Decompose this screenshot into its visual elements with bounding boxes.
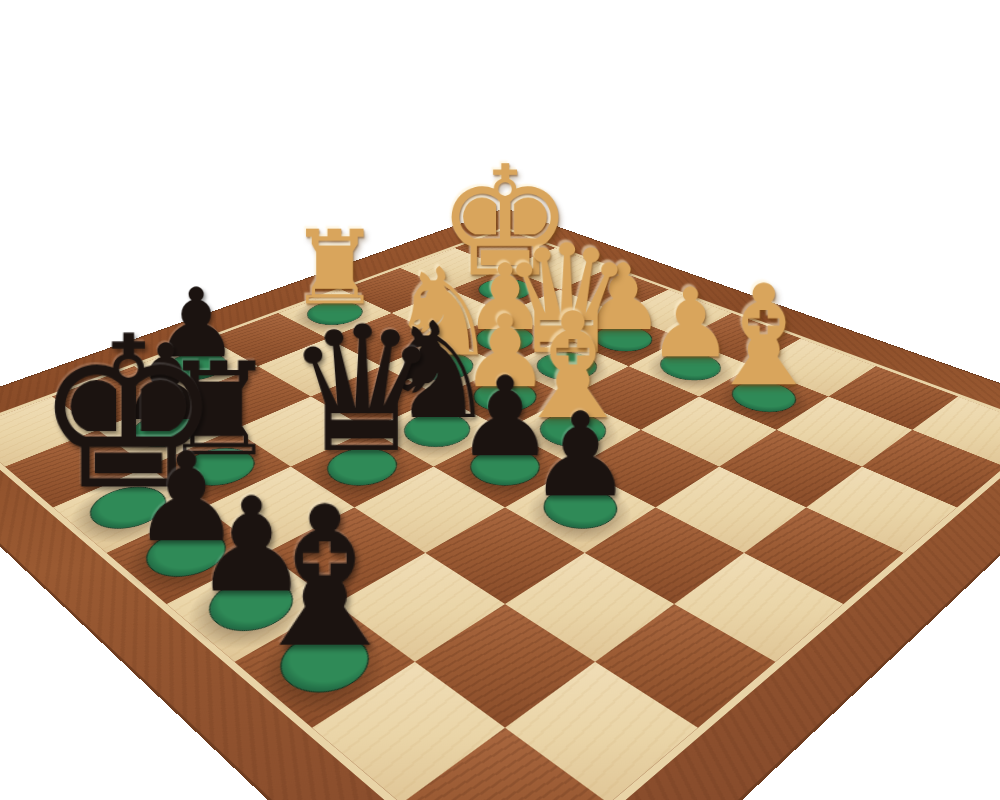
chess-photo-stage: ♚♛♜♞♝♝♟♟♟♟♚♛♜♞♝♟♟♟♟♟♟ xyxy=(0,0,1000,800)
white-bishop-glyph: ♝ xyxy=(701,266,826,405)
black-pawn-glyph: ♟ xyxy=(528,398,632,514)
chess-board-frame: ♚♛♜♞♝♝♟♟♟♟♚♛♜♞♝♟♟♟♟♟♟ xyxy=(0,209,1000,800)
black-queen-glyph: ♛ xyxy=(284,304,440,478)
black-bishop-glyph: ♝ xyxy=(238,480,412,674)
